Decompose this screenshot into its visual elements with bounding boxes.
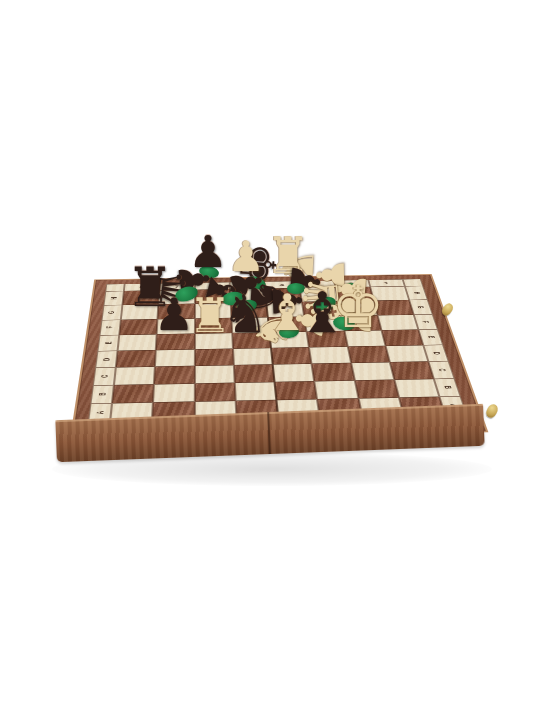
chess-piece-black-bishop[interactable]: ♝ xyxy=(294,285,350,341)
pieces-pile: ♜♟♟♜♟♜♞♝♝♚♛♟♝♟♞♟♚♟♛♞♝♟♟♟♟♞ xyxy=(0,0,540,720)
product-photo: 87654321HHGGFFEEDDCCBBAA87654321 ♜♟♟♜♟♜♞… xyxy=(0,0,540,720)
chess-piece-black-knight[interactable]: ♞ xyxy=(219,288,271,340)
